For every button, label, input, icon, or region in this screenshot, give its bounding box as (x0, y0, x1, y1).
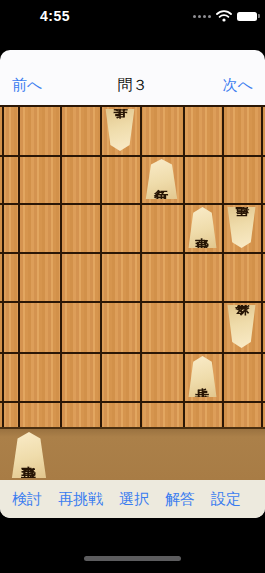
board-grid-line (261, 105, 263, 427)
app-card: 前へ 問３ 次へ 歩兵角行飛車龍馬金将歩兵 飛車 検討再挑戦選択解答設定 (0, 50, 265, 518)
answer-button[interactable]: 解答 (165, 490, 195, 509)
board-grid-line (0, 252, 265, 254)
board-grid-line (0, 155, 265, 157)
board-grid-line (183, 105, 185, 427)
shogi-piece-gote[interactable]: 龍馬 (226, 207, 257, 248)
shogi-board[interactable]: 歩兵角行飛車龍馬金将歩兵 (0, 105, 265, 427)
next-problem-button[interactable]: 次へ (223, 76, 253, 95)
wifi-icon (216, 10, 232, 22)
shogi-piece-sente[interactable]: 角行 (144, 159, 179, 199)
board-grid-line (0, 203, 265, 205)
board-grid-line (100, 105, 102, 427)
navigation-bar: 前へ 問３ 次へ (0, 50, 265, 105)
board-grid-line (0, 352, 265, 354)
board-grid-line (0, 105, 265, 107)
clock: 4:55 (30, 8, 80, 24)
board-grid-line (0, 301, 265, 303)
settings-button[interactable]: 設定 (211, 490, 241, 509)
analyze-button[interactable]: 検討 (12, 490, 42, 509)
select-button[interactable]: 選択 (119, 490, 149, 509)
board-grid-line (140, 105, 142, 427)
board-grid-line (222, 105, 224, 427)
status-icons (193, 10, 257, 22)
shogi-piece-sente[interactable]: 飛車 (187, 207, 218, 248)
piece-stand: 飛車 (0, 427, 265, 480)
board-grid-line (60, 105, 62, 427)
shogi-piece-sente[interactable]: 飛車 (10, 432, 48, 478)
board-grid-line (0, 401, 265, 403)
battery-icon (237, 12, 257, 21)
retry-button[interactable]: 再挑戦 (58, 490, 103, 509)
bottom-toolbar: 検討再挑戦選択解答設定 (0, 480, 265, 518)
home-indicator[interactable] (84, 556, 181, 561)
shogi-piece-gote[interactable]: 金将 (226, 305, 257, 348)
shogi-piece-sente[interactable]: 歩兵 (187, 356, 218, 397)
cellular-signal-icon (193, 15, 211, 18)
shogi-piece-gote[interactable]: 歩兵 (104, 109, 136, 151)
status-bar: 4:55 (0, 0, 265, 50)
board-grid-line (18, 105, 20, 427)
board-grid-line (2, 105, 4, 427)
